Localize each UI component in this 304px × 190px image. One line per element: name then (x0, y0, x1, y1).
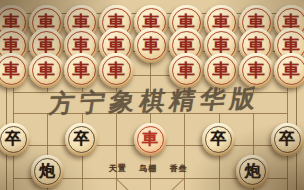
piece-face: 車 (0, 56, 26, 85)
piece-glyph: 車 (178, 62, 195, 79)
piece-glyph: 車 (142, 131, 158, 147)
piece-face: 車 (67, 56, 96, 85)
piece-炮-black[interactable]: 炮 (236, 155, 269, 188)
piece-glyph: 卒 (5, 131, 21, 147)
piece-卒-black[interactable]: 卒 (0, 123, 30, 156)
piece-glyph: 炮 (245, 163, 261, 179)
piece-glyph: 車 (38, 62, 55, 79)
piece-glyph: 卒 (279, 131, 295, 147)
piece-glyph: 炮 (39, 163, 55, 179)
piece-glyph: 車 (143, 37, 160, 54)
piece-glyph: 車 (108, 62, 125, 79)
piece-glyph: 車 (248, 62, 265, 79)
piece-face: 車 (102, 56, 131, 85)
piece-glyph: 車 (283, 37, 300, 54)
piece-車-red[interactable]: 車 (134, 28, 169, 63)
piece-face: 炮 (239, 158, 266, 185)
xiangqi-app-screenshot: 車車車車車車車車車車車車車車車車車車車車車車車車車車卒卒車卒卒炮炮 方宁象棋精华… (0, 0, 304, 190)
piece-glyph: 車 (283, 62, 300, 79)
piece-炮-black[interactable]: 炮 (31, 155, 64, 188)
piece-glyph: 車 (248, 37, 265, 54)
piece-glyph: 車 (178, 37, 195, 54)
piece-face: 車 (172, 56, 201, 85)
piece-glyph: 卒 (74, 131, 90, 147)
piece-glyph: 車 (108, 37, 125, 54)
piece-glyph: 車 (38, 37, 55, 54)
piece-車-red[interactable]: 車 (0, 53, 29, 88)
piece-face: 卒 (68, 126, 95, 153)
river-watermark-text: 方宁象棋精华版 (47, 81, 284, 120)
piece-卒-black[interactable]: 卒 (271, 123, 304, 156)
small-watermark-text: 天置 鸟棚 香叁 (109, 163, 187, 174)
piece-glyph: 車 (213, 62, 230, 79)
piece-車-red[interactable]: 車 (99, 53, 134, 88)
piece-face: 卒 (274, 126, 301, 153)
piece-face: 車 (137, 126, 164, 153)
piece-glyph: 車 (73, 37, 90, 54)
piece-glyph: 卒 (211, 131, 227, 147)
piece-face: 車 (32, 56, 61, 85)
piece-glyph: 車 (213, 37, 230, 54)
piece-face: 車 (242, 56, 271, 85)
piece-車-red[interactable]: 車 (134, 123, 167, 156)
piece-face: 車 (137, 31, 166, 60)
piece-face: 卒 (205, 126, 232, 153)
piece-glyph: 車 (73, 62, 90, 79)
piece-face: 炮 (34, 158, 61, 185)
piece-glyph: 車 (3, 37, 20, 54)
piece-卒-black[interactable]: 卒 (65, 123, 98, 156)
piece-glyph: 車 (3, 62, 20, 79)
piece-車-red[interactable]: 車 (64, 53, 99, 88)
piece-車-red[interactable]: 車 (29, 53, 64, 88)
piece-face: 卒 (0, 126, 27, 153)
piece-face: 車 (207, 56, 236, 85)
piece-卒-black[interactable]: 卒 (202, 123, 235, 156)
